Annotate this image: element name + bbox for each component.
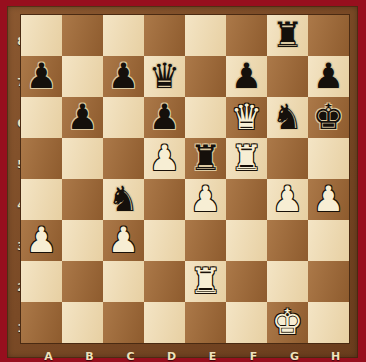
square-f2[interactable] bbox=[226, 261, 267, 302]
chess-board: ♜♟♟♛♟♟♟♟♛♞♚♟♜♜♞♟♟♟♟♟♜♚ bbox=[21, 15, 349, 343]
square-d4[interactable] bbox=[144, 179, 185, 220]
file-label-d: D bbox=[151, 349, 192, 362]
square-e6[interactable] bbox=[185, 97, 226, 138]
white-rook-icon: ♜ bbox=[190, 261, 221, 302]
square-d2[interactable] bbox=[144, 261, 185, 302]
square-d3[interactable] bbox=[144, 220, 185, 261]
square-c3[interactable]: ♟ bbox=[103, 220, 144, 261]
square-c5[interactable] bbox=[103, 138, 144, 179]
black-pawn-icon: ♟ bbox=[67, 97, 98, 138]
white-pawn-icon: ♟ bbox=[313, 179, 344, 220]
black-rook-icon: ♜ bbox=[272, 15, 303, 56]
black-knight-icon: ♞ bbox=[108, 179, 139, 220]
black-king-icon: ♚ bbox=[313, 97, 344, 138]
square-e5[interactable]: ♜ bbox=[185, 138, 226, 179]
square-g3[interactable] bbox=[267, 220, 308, 261]
square-e2[interactable]: ♜ bbox=[185, 261, 226, 302]
black-pawn-icon: ♟ bbox=[149, 97, 180, 138]
square-h6[interactable]: ♚ bbox=[308, 97, 349, 138]
file-label-f: F bbox=[233, 349, 274, 362]
black-rook-icon: ♜ bbox=[190, 138, 221, 179]
file-label-g: G bbox=[274, 349, 315, 362]
square-c1[interactable] bbox=[103, 302, 144, 343]
square-e1[interactable] bbox=[185, 302, 226, 343]
black-pawn-icon: ♟ bbox=[108, 56, 139, 97]
square-b8[interactable] bbox=[62, 15, 103, 56]
square-c7[interactable]: ♟ bbox=[103, 56, 144, 97]
square-d5[interactable]: ♟ bbox=[144, 138, 185, 179]
file-label-h: H bbox=[315, 349, 356, 362]
square-h3[interactable] bbox=[308, 220, 349, 261]
square-c8[interactable] bbox=[103, 15, 144, 56]
square-a3[interactable]: ♟ bbox=[21, 220, 62, 261]
square-f5[interactable]: ♜ bbox=[226, 138, 267, 179]
square-a5[interactable] bbox=[21, 138, 62, 179]
square-e8[interactable] bbox=[185, 15, 226, 56]
square-a1[interactable] bbox=[21, 302, 62, 343]
square-b5[interactable] bbox=[62, 138, 103, 179]
square-a8[interactable] bbox=[21, 15, 62, 56]
white-queen-icon: ♛ bbox=[231, 97, 262, 138]
black-pawn-icon: ♟ bbox=[313, 56, 344, 97]
square-f8[interactable] bbox=[226, 15, 267, 56]
square-e4[interactable]: ♟ bbox=[185, 179, 226, 220]
square-g6[interactable]: ♞ bbox=[267, 97, 308, 138]
white-king-icon: ♚ bbox=[272, 302, 303, 343]
square-f3[interactable] bbox=[226, 220, 267, 261]
square-e7[interactable] bbox=[185, 56, 226, 97]
square-b1[interactable] bbox=[62, 302, 103, 343]
black-pawn-icon: ♟ bbox=[231, 56, 262, 97]
square-d1[interactable] bbox=[144, 302, 185, 343]
square-a2[interactable] bbox=[21, 261, 62, 302]
square-c4[interactable]: ♞ bbox=[103, 179, 144, 220]
white-pawn-icon: ♟ bbox=[272, 179, 303, 220]
square-d6[interactable]: ♟ bbox=[144, 97, 185, 138]
chess-app-window: 87654321 ABCDEFGH ♜♟♟♛♟♟♟♟♛♞♚♟♜♜♞♟♟♟♟♟♜♚ bbox=[0, 0, 366, 362]
file-label-a: A bbox=[28, 349, 69, 362]
square-f7[interactable]: ♟ bbox=[226, 56, 267, 97]
white-pawn-icon: ♟ bbox=[108, 220, 139, 261]
square-b2[interactable] bbox=[62, 261, 103, 302]
square-h1[interactable] bbox=[308, 302, 349, 343]
white-pawn-icon: ♟ bbox=[149, 138, 180, 179]
square-f6[interactable]: ♛ bbox=[226, 97, 267, 138]
square-g8[interactable]: ♜ bbox=[267, 15, 308, 56]
square-c2[interactable] bbox=[103, 261, 144, 302]
file-label-c: C bbox=[110, 349, 151, 362]
square-f4[interactable] bbox=[226, 179, 267, 220]
square-b3[interactable] bbox=[62, 220, 103, 261]
square-g7[interactable] bbox=[267, 56, 308, 97]
black-knight-icon: ♞ bbox=[272, 97, 303, 138]
square-g2[interactable] bbox=[267, 261, 308, 302]
square-c6[interactable] bbox=[103, 97, 144, 138]
square-h7[interactable]: ♟ bbox=[308, 56, 349, 97]
square-g1[interactable]: ♚ bbox=[267, 302, 308, 343]
square-f1[interactable] bbox=[226, 302, 267, 343]
square-h4[interactable]: ♟ bbox=[308, 179, 349, 220]
square-h8[interactable] bbox=[308, 15, 349, 56]
black-queen-icon: ♛ bbox=[149, 56, 180, 97]
square-d8[interactable] bbox=[144, 15, 185, 56]
square-e3[interactable] bbox=[185, 220, 226, 261]
white-pawn-icon: ♟ bbox=[26, 220, 57, 261]
square-a7[interactable]: ♟ bbox=[21, 56, 62, 97]
square-h5[interactable] bbox=[308, 138, 349, 179]
square-b7[interactable] bbox=[62, 56, 103, 97]
white-pawn-icon: ♟ bbox=[190, 179, 221, 220]
square-h2[interactable] bbox=[308, 261, 349, 302]
square-d7[interactable]: ♛ bbox=[144, 56, 185, 97]
file-label-e: E bbox=[192, 349, 233, 362]
file-label-b: B bbox=[69, 349, 110, 362]
square-b4[interactable] bbox=[62, 179, 103, 220]
black-pawn-icon: ♟ bbox=[26, 56, 57, 97]
square-g4[interactable]: ♟ bbox=[267, 179, 308, 220]
square-a4[interactable] bbox=[21, 179, 62, 220]
square-g5[interactable] bbox=[267, 138, 308, 179]
white-rook-icon: ♜ bbox=[231, 138, 262, 179]
square-b6[interactable]: ♟ bbox=[62, 97, 103, 138]
square-a6[interactable] bbox=[21, 97, 62, 138]
